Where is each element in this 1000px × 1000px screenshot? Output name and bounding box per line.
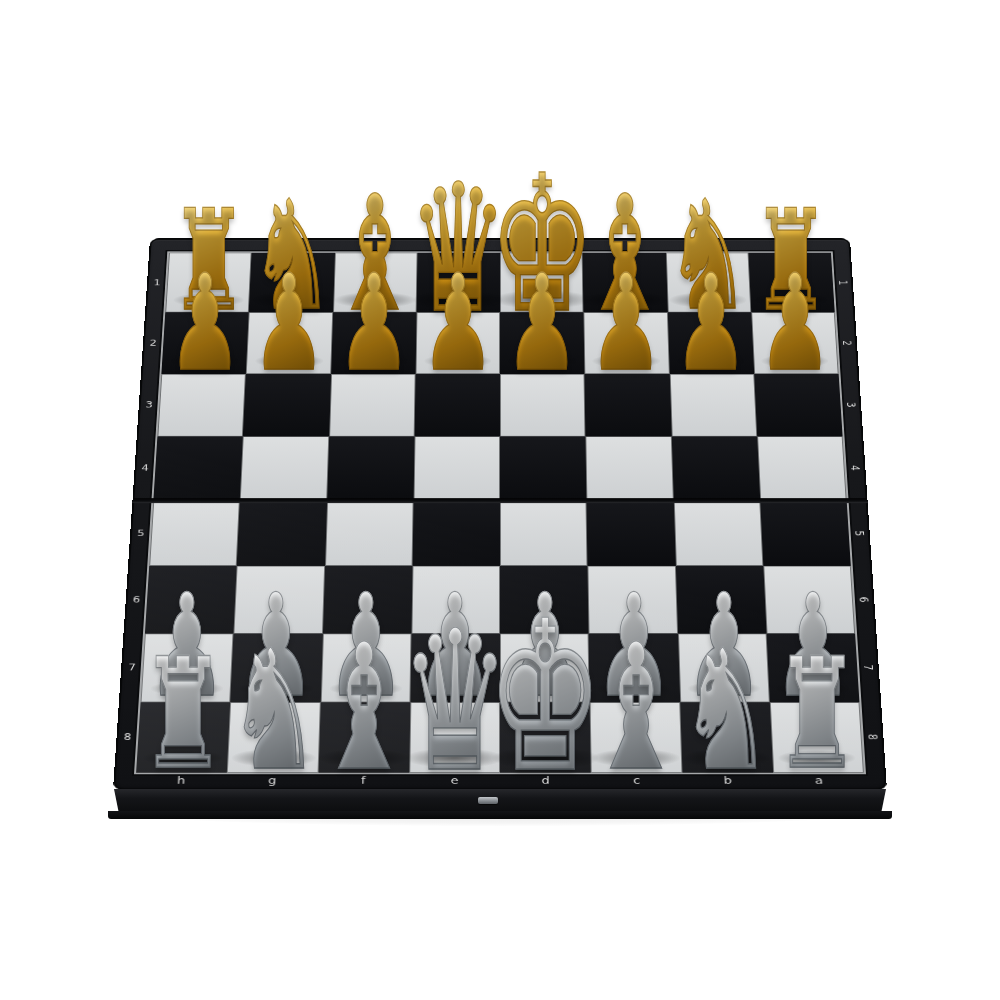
piece-silver-bishop-c8[interactable]: ♝: [587, 621, 685, 795]
scene: 1234567812345678hgfedcba ♜♞♝♛♚♝♞♜♟♟♟♟♟♟♟…: [0, 0, 1000, 1000]
piece-gold-pawn-c2[interactable]: ♟: [589, 257, 664, 390]
piece-silver-knight-b8[interactable]: ♞: [680, 627, 773, 793]
piece-silver-knight-g8[interactable]: ♞: [227, 627, 320, 793]
piece-gold-pawn-h2[interactable]: ♟: [168, 257, 243, 390]
pieces-layer: ♜♞♝♛♚♝♞♜♟♟♟♟♟♟♟♟♟♟♟♟♟♟♟♟♜♞♝♛♚♝♞♜: [0, 0, 1000, 1000]
piece-silver-bishop-f8[interactable]: ♝: [315, 621, 413, 795]
piece-gold-pawn-d2[interactable]: ♟: [505, 257, 580, 390]
piece-gold-pawn-a2[interactable]: ♟: [758, 257, 833, 390]
piece-gold-pawn-b2[interactable]: ♟: [673, 257, 748, 390]
piece-gold-pawn-g2[interactable]: ♟: [252, 257, 327, 390]
piece-gold-pawn-f2[interactable]: ♟: [336, 257, 411, 390]
piece-silver-rook-h8[interactable]: ♜: [140, 638, 226, 791]
piece-silver-rook-a8[interactable]: ♜: [774, 638, 860, 791]
piece-gold-pawn-e2[interactable]: ♟: [420, 257, 495, 390]
